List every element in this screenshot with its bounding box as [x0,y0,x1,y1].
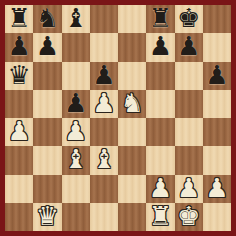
square-c5[interactable]: ♟ [62,90,90,118]
square-b8[interactable]: ♞ [33,5,61,33]
square-f7[interactable]: ♟ [146,33,174,61]
square-a5[interactable] [5,90,33,118]
square-c4[interactable]: ♟ [62,118,90,146]
square-h2[interactable]: ♟ [203,175,231,203]
square-e7[interactable] [118,33,146,61]
square-h7[interactable] [203,33,231,61]
square-a4[interactable]: ♟ [5,118,33,146]
piece-white-pawn[interactable]: ♟ [7,118,30,144]
square-d5[interactable]: ♟ [90,90,118,118]
square-b6[interactable] [33,62,61,90]
square-e6[interactable] [118,62,146,90]
piece-white-bishop[interactable]: ♝ [64,146,87,172]
square-h1[interactable] [203,203,231,231]
square-f8[interactable]: ♜ [146,5,174,33]
piece-black-pawn[interactable]: ♟ [92,62,115,88]
square-e5[interactable]: ♞ [118,90,146,118]
square-e8[interactable] [118,5,146,33]
piece-white-knight[interactable]: ♞ [120,90,143,116]
square-h5[interactable] [203,90,231,118]
piece-white-pawn[interactable]: ♟ [205,175,228,201]
square-f1[interactable]: ♜ [146,203,174,231]
piece-black-bishop[interactable]: ♝ [64,5,87,31]
square-e4[interactable] [118,118,146,146]
square-g1[interactable]: ♚ [175,203,203,231]
piece-black-king[interactable]: ♚ [177,5,200,31]
square-c1[interactable] [62,203,90,231]
piece-white-king[interactable]: ♚ [177,203,200,229]
square-c8[interactable]: ♝ [62,5,90,33]
piece-black-queen[interactable]: ♛ [7,62,30,88]
piece-white-queen[interactable]: ♛ [36,203,59,229]
square-f3[interactable] [146,146,174,174]
piece-black-pawn[interactable]: ♟ [177,33,200,59]
square-f6[interactable] [146,62,174,90]
piece-white-pawn[interactable]: ♟ [177,175,200,201]
chess-board-frame: ♜♞♝♜♚♟♟♟♟♛♟♟♟♟♞♟♟♝♝♟♟♟♛♜♚ [0,0,236,236]
square-e1[interactable] [118,203,146,231]
square-f5[interactable] [146,90,174,118]
square-d8[interactable] [90,5,118,33]
square-e3[interactable] [118,146,146,174]
square-b2[interactable] [33,175,61,203]
square-g3[interactable] [175,146,203,174]
square-a6[interactable]: ♛ [5,62,33,90]
piece-black-pawn[interactable]: ♟ [205,62,228,88]
square-h8[interactable] [203,5,231,33]
piece-white-pawn[interactable]: ♟ [149,175,172,201]
square-h4[interactable] [203,118,231,146]
square-b1[interactable]: ♛ [33,203,61,231]
square-h3[interactable] [203,146,231,174]
square-a3[interactable] [5,146,33,174]
piece-black-rook[interactable]: ♜ [7,5,30,31]
square-b3[interactable] [33,146,61,174]
piece-black-pawn[interactable]: ♟ [36,33,59,59]
square-c7[interactable] [62,33,90,61]
square-d6[interactable]: ♟ [90,62,118,90]
square-b5[interactable] [33,90,61,118]
piece-black-pawn[interactable]: ♟ [64,90,87,116]
square-a2[interactable] [5,175,33,203]
piece-white-bishop[interactable]: ♝ [92,146,115,172]
piece-white-rook[interactable]: ♜ [149,203,172,229]
square-c6[interactable] [62,62,90,90]
square-g4[interactable] [175,118,203,146]
square-d4[interactable] [90,118,118,146]
square-b7[interactable]: ♟ [33,33,61,61]
square-g8[interactable]: ♚ [175,5,203,33]
square-a1[interactable] [5,203,33,231]
piece-black-pawn[interactable]: ♟ [149,33,172,59]
piece-white-pawn[interactable]: ♟ [64,118,87,144]
piece-white-pawn[interactable]: ♟ [92,90,115,116]
square-f2[interactable]: ♟ [146,175,174,203]
square-g5[interactable] [175,90,203,118]
square-c3[interactable]: ♝ [62,146,90,174]
square-c2[interactable] [62,175,90,203]
chess-board: ♜♞♝♜♚♟♟♟♟♛♟♟♟♟♞♟♟♝♝♟♟♟♛♜♚ [5,5,231,231]
piece-black-rook[interactable]: ♜ [149,5,172,31]
square-g6[interactable] [175,62,203,90]
square-d3[interactable]: ♝ [90,146,118,174]
square-f4[interactable] [146,118,174,146]
square-a7[interactable]: ♟ [5,33,33,61]
square-a8[interactable]: ♜ [5,5,33,33]
square-h6[interactable]: ♟ [203,62,231,90]
square-e2[interactable] [118,175,146,203]
square-d7[interactable] [90,33,118,61]
square-g2[interactable]: ♟ [175,175,203,203]
piece-black-pawn[interactable]: ♟ [7,33,30,59]
square-b4[interactable] [33,118,61,146]
piece-black-knight[interactable]: ♞ [36,5,59,31]
square-d2[interactable] [90,175,118,203]
square-g7[interactable]: ♟ [175,33,203,61]
square-d1[interactable] [90,203,118,231]
